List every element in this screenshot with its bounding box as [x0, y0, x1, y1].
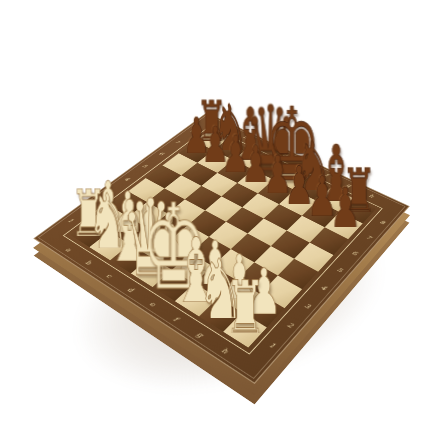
white-rook-h1: ♜	[220, 229, 271, 346]
black-pawn-h7: ♟	[323, 136, 367, 237]
product-photo-canvas: abcdefgh abcdefgh 87654321 87654321 ♜♞♝♛…	[0, 0, 448, 448]
